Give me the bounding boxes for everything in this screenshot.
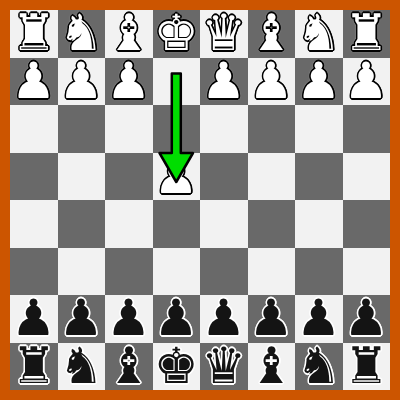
piece-black-bishop: ♝ — [249, 343, 294, 391]
square-a7[interactable]: ♟ — [343, 295, 391, 343]
square-f3[interactable] — [105, 105, 153, 153]
piece-black-queen: ♛ — [201, 343, 246, 391]
piece-white-bishop: ♝ — [106, 10, 151, 58]
piece-black-rook: ♜ — [344, 343, 389, 391]
square-g7[interactable]: ♟ — [58, 295, 106, 343]
chess-board: ♜♞♝♚♛♝♞♜♟♟♟♟♟♟♟♟♟♟♟♟♟♟♟♟♜♞♝♚♛♝♞♜ — [10, 10, 390, 390]
square-a8[interactable]: ♜ — [343, 343, 391, 391]
square-g6[interactable] — [58, 248, 106, 296]
square-a5[interactable] — [343, 200, 391, 248]
piece-white-pawn: ♟ — [154, 153, 199, 201]
piece-black-pawn: ♟ — [249, 295, 294, 343]
square-d6[interactable] — [200, 248, 248, 296]
square-h2[interactable]: ♟ — [10, 58, 58, 106]
piece-black-king: ♚ — [154, 343, 199, 391]
piece-white-pawn: ♟ — [249, 58, 294, 106]
board-area: ♜♞♝♚♛♝♞♜♟♟♟♟♟♟♟♟♟♟♟♟♟♟♟♟♜♞♝♚♛♝♞♜ — [10, 10, 390, 390]
piece-white-bishop: ♝ — [249, 10, 294, 58]
square-f2[interactable]: ♟ — [105, 58, 153, 106]
piece-black-pawn: ♟ — [106, 295, 151, 343]
square-b3[interactable] — [295, 105, 343, 153]
piece-black-pawn: ♟ — [344, 295, 389, 343]
square-h6[interactable] — [10, 248, 58, 296]
square-a3[interactable] — [343, 105, 391, 153]
square-c4[interactable] — [248, 153, 296, 201]
square-a4[interactable] — [343, 153, 391, 201]
square-b4[interactable] — [295, 153, 343, 201]
square-e7[interactable]: ♟ — [153, 295, 201, 343]
square-d1[interactable]: ♛ — [200, 10, 248, 58]
piece-black-pawn: ♟ — [59, 295, 104, 343]
square-e3[interactable] — [153, 105, 201, 153]
piece-white-king: ♚ — [154, 10, 199, 58]
square-f5[interactable] — [105, 200, 153, 248]
square-f7[interactable]: ♟ — [105, 295, 153, 343]
square-b1[interactable]: ♞ — [295, 10, 343, 58]
square-c8[interactable]: ♝ — [248, 343, 296, 391]
square-d4[interactable] — [200, 153, 248, 201]
square-h3[interactable] — [10, 105, 58, 153]
square-f4[interactable] — [105, 153, 153, 201]
square-a6[interactable] — [343, 248, 391, 296]
square-a1[interactable]: ♜ — [343, 10, 391, 58]
square-e1[interactable]: ♚ — [153, 10, 201, 58]
square-h7[interactable]: ♟ — [10, 295, 58, 343]
square-b6[interactable] — [295, 248, 343, 296]
piece-white-pawn: ♟ — [344, 58, 389, 106]
piece-black-pawn: ♟ — [11, 295, 56, 343]
piece-white-knight: ♞ — [59, 10, 104, 58]
piece-white-rook: ♜ — [344, 10, 389, 58]
square-d2[interactable]: ♟ — [200, 58, 248, 106]
chess-board-frame: ♜♞♝♚♛♝♞♜♟♟♟♟♟♟♟♟♟♟♟♟♟♟♟♟♜♞♝♚♛♝♞♜ — [0, 0, 400, 400]
piece-white-pawn: ♟ — [106, 58, 151, 106]
square-c6[interactable] — [248, 248, 296, 296]
piece-black-rook: ♜ — [11, 343, 56, 391]
piece-black-pawn: ♟ — [296, 295, 341, 343]
square-f1[interactable]: ♝ — [105, 10, 153, 58]
square-e6[interactable] — [153, 248, 201, 296]
square-g3[interactable] — [58, 105, 106, 153]
square-g2[interactable]: ♟ — [58, 58, 106, 106]
square-b7[interactable]: ♟ — [295, 295, 343, 343]
square-g5[interactable] — [58, 200, 106, 248]
square-c5[interactable] — [248, 200, 296, 248]
piece-white-pawn: ♟ — [11, 58, 56, 106]
piece-white-pawn: ♟ — [201, 58, 246, 106]
piece-white-rook: ♜ — [11, 10, 56, 58]
piece-black-knight: ♞ — [296, 343, 341, 391]
square-c7[interactable]: ♟ — [248, 295, 296, 343]
piece-black-knight: ♞ — [59, 343, 104, 391]
square-h1[interactable]: ♜ — [10, 10, 58, 58]
square-h4[interactable] — [10, 153, 58, 201]
square-c1[interactable]: ♝ — [248, 10, 296, 58]
piece-white-pawn: ♟ — [59, 58, 104, 106]
square-e8[interactable]: ♚ — [153, 343, 201, 391]
square-h5[interactable] — [10, 200, 58, 248]
square-g8[interactable]: ♞ — [58, 343, 106, 391]
square-d5[interactable] — [200, 200, 248, 248]
square-d7[interactable]: ♟ — [200, 295, 248, 343]
square-h8[interactable]: ♜ — [10, 343, 58, 391]
square-b8[interactable]: ♞ — [295, 343, 343, 391]
square-e5[interactable] — [153, 200, 201, 248]
square-f6[interactable] — [105, 248, 153, 296]
piece-white-pawn: ♟ — [296, 58, 341, 106]
square-g4[interactable] — [58, 153, 106, 201]
square-d3[interactable] — [200, 105, 248, 153]
square-c2[interactable]: ♟ — [248, 58, 296, 106]
piece-black-pawn: ♟ — [154, 295, 199, 343]
square-d8[interactable]: ♛ — [200, 343, 248, 391]
square-g1[interactable]: ♞ — [58, 10, 106, 58]
piece-black-bishop: ♝ — [106, 343, 151, 391]
square-c3[interactable] — [248, 105, 296, 153]
piece-white-queen: ♛ — [201, 10, 246, 58]
square-e4[interactable]: ♟ — [153, 153, 201, 201]
piece-white-knight: ♞ — [296, 10, 341, 58]
square-b5[interactable] — [295, 200, 343, 248]
square-a2[interactable]: ♟ — [343, 58, 391, 106]
square-b2[interactable]: ♟ — [295, 58, 343, 106]
square-f8[interactable]: ♝ — [105, 343, 153, 391]
square-e2[interactable] — [153, 58, 201, 106]
piece-black-pawn: ♟ — [201, 295, 246, 343]
